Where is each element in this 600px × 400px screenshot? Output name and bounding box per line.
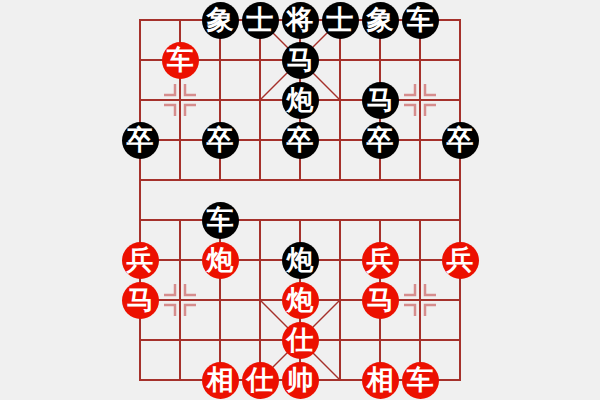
piece-black-advisor[interactable]: 士 [242, 2, 279, 39]
piece-black-soldier[interactable]: 卒 [362, 122, 399, 159]
piece-red-horse[interactable]: 马 [362, 282, 399, 319]
piece-red-soldier[interactable]: 兵 [362, 242, 399, 279]
piece-black-elephant[interactable]: 象 [202, 2, 239, 39]
piece-black-chariot[interactable]: 车 [402, 2, 439, 39]
xiangqi-board: 象士将士象车车马炮马卒卒卒卒卒车兵炮炮兵兵马炮马仕相仕帅相车 [0, 0, 600, 400]
piece-black-chariot[interactable]: 车 [202, 202, 239, 239]
piece-black-horse[interactable]: 马 [362, 82, 399, 119]
piece-black-elephant[interactable]: 象 [362, 2, 399, 39]
piece-red-cannon[interactable]: 炮 [282, 282, 319, 319]
piece-black-cannon[interactable]: 炮 [282, 242, 319, 279]
piece-red-elephant[interactable]: 相 [202, 362, 239, 399]
piece-black-soldier[interactable]: 卒 [442, 122, 479, 159]
piece-red-cannon[interactable]: 炮 [202, 242, 239, 279]
piece-red-general[interactable]: 帅 [282, 362, 319, 399]
piece-black-soldier[interactable]: 卒 [202, 122, 239, 159]
piece-red-elephant[interactable]: 相 [362, 362, 399, 399]
piece-red-chariot[interactable]: 车 [162, 42, 199, 79]
piece-black-soldier[interactable]: 卒 [122, 122, 159, 159]
piece-red-advisor[interactable]: 仕 [242, 362, 279, 399]
piece-red-chariot[interactable]: 车 [402, 362, 439, 399]
piece-red-soldier[interactable]: 兵 [442, 242, 479, 279]
piece-red-horse[interactable]: 马 [122, 282, 159, 319]
piece-red-soldier[interactable]: 兵 [122, 242, 159, 279]
piece-black-soldier[interactable]: 卒 [282, 122, 319, 159]
piece-grid: 象士将士象车车马炮马卒卒卒卒卒车兵炮炮兵兵马炮马仕相仕帅相车 [120, 0, 480, 400]
piece-black-advisor[interactable]: 士 [322, 2, 359, 39]
piece-black-horse[interactable]: 马 [282, 42, 319, 79]
piece-black-cannon[interactable]: 炮 [282, 82, 319, 119]
piece-black-general[interactable]: 将 [282, 2, 319, 39]
piece-red-advisor[interactable]: 仕 [282, 322, 319, 359]
